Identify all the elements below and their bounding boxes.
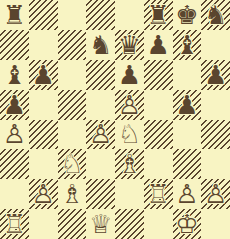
piece-white-bishop-fill: ♝ xyxy=(58,179,87,209)
square-g7[interactable]: ♝ xyxy=(173,30,202,60)
square-e3[interactable]: ♝♗ xyxy=(115,149,144,179)
piece-white-pawn-icon: ♙ xyxy=(86,120,115,150)
square-g1[interactable]: ♚♔ xyxy=(173,209,202,239)
square-c3[interactable]: ♞♘ xyxy=(58,149,87,179)
piece-black-rook-icon: ♜ xyxy=(0,0,29,30)
square-d5[interactable] xyxy=(86,90,115,120)
piece-black-pawn-icon: ♟ xyxy=(173,90,202,120)
piece-white-rook-icon: ♖ xyxy=(0,209,29,239)
piece-white-queen-icon: ♕ xyxy=(86,209,115,239)
square-d6[interactable] xyxy=(86,60,115,90)
piece-black-knight-icon: ♞ xyxy=(86,30,115,60)
square-d4[interactable]: ♟♙ xyxy=(86,120,115,150)
square-f1[interactable] xyxy=(144,209,173,239)
square-c4[interactable] xyxy=(58,120,87,150)
square-f3[interactable] xyxy=(144,149,173,179)
square-b6[interactable]: ♟ xyxy=(29,60,58,90)
piece-white-rook-fill: ♜ xyxy=(0,209,29,239)
piece-white-pawn-fill: ♟ xyxy=(0,120,29,150)
square-h6[interactable]: ♟ xyxy=(201,60,230,90)
square-f7[interactable]: ♟ xyxy=(144,30,173,60)
square-f8[interactable]: ♜ xyxy=(144,0,173,30)
piece-white-pawn-icon: ♙ xyxy=(201,179,230,209)
piece-white-pawn-fill: ♟ xyxy=(173,179,202,209)
square-b8[interactable] xyxy=(29,0,58,30)
piece-white-pawn-icon: ♙ xyxy=(29,179,58,209)
square-h1[interactable] xyxy=(201,209,230,239)
piece-black-king-icon: ♚ xyxy=(173,0,202,30)
square-b1[interactable] xyxy=(29,209,58,239)
square-c2[interactable]: ♝♗ xyxy=(58,179,87,209)
piece-white-bishop-icon: ♗ xyxy=(115,149,144,179)
square-g8[interactable]: ♚ xyxy=(173,0,202,30)
square-f2[interactable]: ♜♖ xyxy=(144,179,173,209)
piece-black-rook-icon: ♜ xyxy=(144,0,173,30)
square-a3[interactable] xyxy=(0,149,29,179)
square-h2[interactable]: ♟♙ xyxy=(201,179,230,209)
piece-white-pawn-fill: ♟ xyxy=(115,90,144,120)
square-h8[interactable]: ♞ xyxy=(201,0,230,30)
square-h5[interactable] xyxy=(201,90,230,120)
square-d8[interactable] xyxy=(86,0,115,30)
piece-white-knight-icon: ♘ xyxy=(115,120,144,150)
square-f6[interactable] xyxy=(144,60,173,90)
square-g5[interactable]: ♟ xyxy=(173,90,202,120)
piece-white-pawn-fill: ♟ xyxy=(29,179,58,209)
square-a7[interactable] xyxy=(0,30,29,60)
piece-white-bishop-icon: ♗ xyxy=(58,179,87,209)
square-b4[interactable] xyxy=(29,120,58,150)
piece-white-pawn-fill: ♟ xyxy=(86,120,115,150)
square-e6[interactable]: ♟ xyxy=(115,60,144,90)
square-g4[interactable] xyxy=(173,120,202,150)
piece-white-king-icon: ♔ xyxy=(173,209,202,239)
square-e7[interactable]: ♛ xyxy=(115,30,144,60)
square-e8[interactable] xyxy=(115,0,144,30)
square-g6[interactable] xyxy=(173,60,202,90)
square-e1[interactable] xyxy=(115,209,144,239)
square-c7[interactable] xyxy=(58,30,87,60)
square-e5[interactable]: ♟♙ xyxy=(115,90,144,120)
piece-black-pawn-icon: ♟ xyxy=(0,90,29,120)
piece-black-bishop-icon: ♝ xyxy=(0,60,29,90)
chess-board: ♜♜♚♞♞♛♟♝♝♟♟♟♟♟♙♟♟♙♟♙♞♘♞♘♝♗♟♙♝♗♜♖♟♙♟♙♜♖♛♕… xyxy=(0,0,230,239)
piece-black-pawn-icon: ♟ xyxy=(115,60,144,90)
piece-white-pawn-icon: ♙ xyxy=(115,90,144,120)
square-f4[interactable] xyxy=(144,120,173,150)
square-b3[interactable] xyxy=(29,149,58,179)
square-a8[interactable]: ♜ xyxy=(0,0,29,30)
square-h4[interactable] xyxy=(201,120,230,150)
piece-white-knight-fill: ♞ xyxy=(115,120,144,150)
piece-white-rook-icon: ♖ xyxy=(144,179,173,209)
square-h7[interactable] xyxy=(201,30,230,60)
square-c5[interactable] xyxy=(58,90,87,120)
square-d2[interactable] xyxy=(86,179,115,209)
piece-white-rook-fill: ♜ xyxy=(144,179,173,209)
piece-black-queen-icon: ♛ xyxy=(115,30,144,60)
piece-white-queen-fill: ♛ xyxy=(86,209,115,239)
square-f5[interactable] xyxy=(144,90,173,120)
piece-white-bishop-fill: ♝ xyxy=(115,149,144,179)
square-b2[interactable]: ♟♙ xyxy=(29,179,58,209)
square-d1[interactable]: ♛♕ xyxy=(86,209,115,239)
piece-white-pawn-fill: ♟ xyxy=(201,179,230,209)
square-a4[interactable]: ♟♙ xyxy=(0,120,29,150)
piece-black-pawn-icon: ♟ xyxy=(201,60,230,90)
piece-white-king-fill: ♚ xyxy=(173,209,202,239)
square-b5[interactable] xyxy=(29,90,58,120)
piece-white-knight-fill: ♞ xyxy=(58,149,87,179)
piece-black-pawn-icon: ♟ xyxy=(144,30,173,60)
piece-white-pawn-icon: ♙ xyxy=(173,179,202,209)
square-a2[interactable] xyxy=(0,179,29,209)
square-b7[interactable] xyxy=(29,30,58,60)
square-c8[interactable] xyxy=(58,0,87,30)
square-e4[interactable]: ♞♘ xyxy=(115,120,144,150)
square-g3[interactable] xyxy=(173,149,202,179)
square-h3[interactable] xyxy=(201,149,230,179)
square-c1[interactable] xyxy=(58,209,87,239)
piece-white-knight-icon: ♘ xyxy=(58,149,87,179)
square-e2[interactable] xyxy=(115,179,144,209)
square-a1[interactable]: ♜♖ xyxy=(0,209,29,239)
piece-white-pawn-icon: ♙ xyxy=(0,120,29,150)
piece-black-knight-icon: ♞ xyxy=(201,0,230,30)
square-d7[interactable]: ♞ xyxy=(86,30,115,60)
square-g2[interactable]: ♟♙ xyxy=(173,179,202,209)
square-a6[interactable]: ♝ xyxy=(0,60,29,90)
piece-black-pawn-icon: ♟ xyxy=(29,60,58,90)
square-c6[interactable] xyxy=(58,60,87,90)
square-a5[interactable]: ♟ xyxy=(0,90,29,120)
piece-black-bishop-icon: ♝ xyxy=(173,30,202,60)
square-d3[interactable] xyxy=(86,149,115,179)
